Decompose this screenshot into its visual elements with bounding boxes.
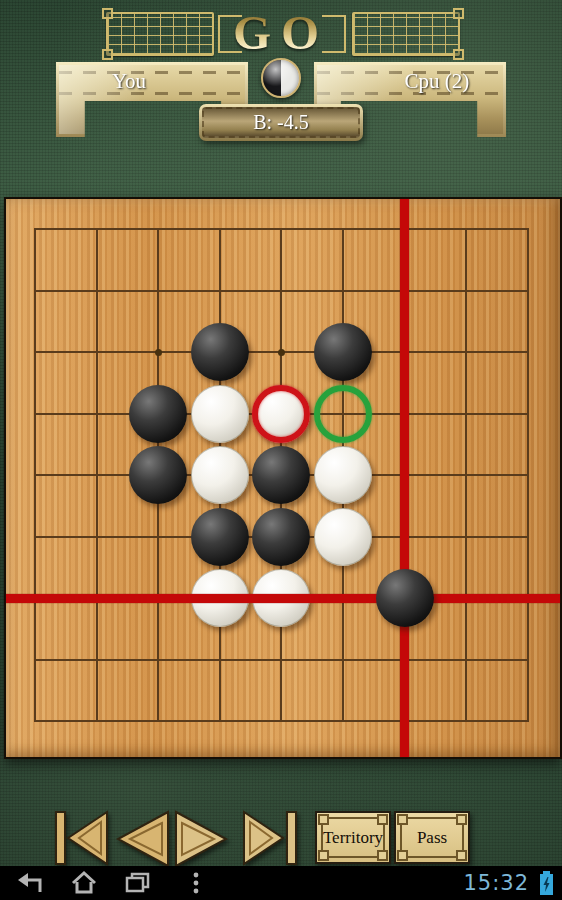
territory-button-label: Territory [317, 813, 389, 862]
stone-black [376, 569, 434, 627]
stone-black [314, 323, 372, 381]
skip-to-end-button[interactable] [242, 810, 300, 866]
stone-white [314, 508, 372, 566]
stone-white [191, 446, 249, 504]
star-point [155, 349, 162, 356]
green-circle-marker[interactable] [314, 385, 372, 443]
go-app-screen: GO You Cpu (2) B: -4.5 [0, 0, 562, 900]
last-move-crosshair-vertical [400, 199, 409, 757]
overflow-menu-icon[interactable] [192, 870, 200, 896]
stone-black [129, 446, 187, 504]
grid-line-vertical [527, 228, 529, 722]
player-name-you: You [56, 69, 202, 94]
grid-line-horizontal [34, 659, 529, 661]
pass-button[interactable]: Pass [394, 811, 470, 864]
pass-button-label: Pass [396, 813, 468, 862]
grid-line-vertical [465, 228, 467, 722]
grid-line-horizontal [34, 720, 529, 722]
step-forward-button[interactable] [172, 810, 232, 868]
go-board[interactable] [4, 197, 562, 759]
home-icon[interactable] [71, 870, 97, 896]
battery-icon [539, 871, 554, 895]
android-navbar: 15:32 [0, 866, 562, 900]
recent-apps-icon[interactable] [124, 870, 150, 896]
territory-button[interactable]: Territory [315, 811, 391, 864]
score-value: B: -4.5 [202, 107, 360, 138]
stone-white [314, 446, 372, 504]
stone-white [191, 385, 249, 443]
stone-black [191, 323, 249, 381]
controls-bar: Territory Pass [0, 804, 562, 866]
stone-black [252, 446, 310, 504]
stone-black [129, 385, 187, 443]
last-move-crosshair-horizontal [6, 594, 560, 603]
turn-indicator-stone-icon [261, 58, 301, 98]
score-box: B: -4.5 [199, 104, 363, 141]
star-point [278, 349, 285, 356]
stone-black [252, 508, 310, 566]
back-icon[interactable] [16, 870, 42, 896]
stone-black [191, 508, 249, 566]
clock: 15:32 [463, 866, 529, 900]
skip-to-start-button[interactable] [53, 810, 111, 866]
step-back-button[interactable] [112, 810, 172, 868]
player-name-cpu: Cpu (2) [368, 69, 506, 94]
player-banner: You Cpu (2) B: -4.5 [0, 0, 562, 150]
red-circle-marker [252, 385, 310, 443]
